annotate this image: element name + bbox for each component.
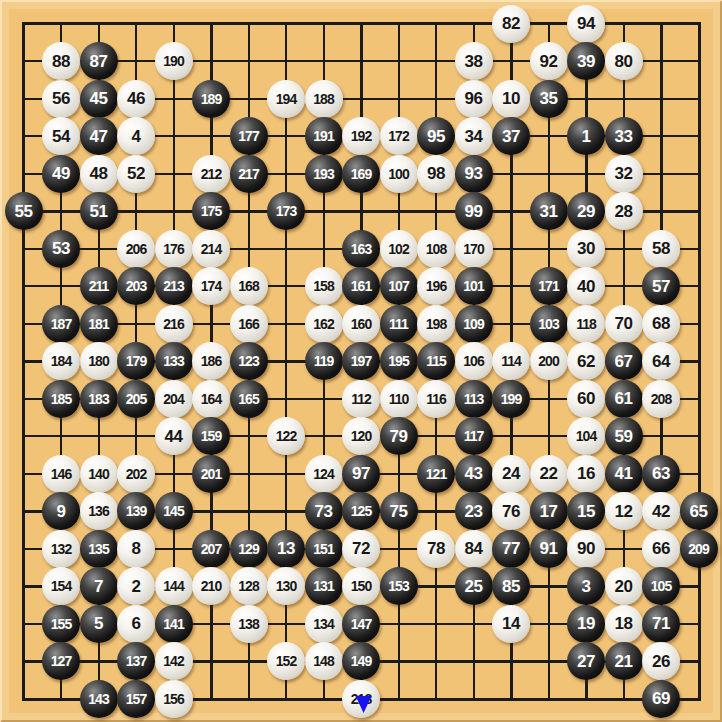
stone-47: 47 (80, 117, 118, 155)
stone-22: 22 (530, 455, 568, 493)
stone-151-move-number: 151 (313, 542, 333, 556)
stone-131-move-number: 131 (313, 579, 333, 593)
stone-157-move-number: 157 (126, 692, 146, 706)
stone-187-move-number: 187 (51, 317, 71, 331)
stone-71-move-number: 71 (652, 615, 670, 632)
stone-32-move-number: 32 (615, 165, 633, 182)
stone-99: 99 (455, 192, 493, 230)
stone-15: 15 (567, 492, 605, 530)
stone-97-move-number: 97 (352, 465, 370, 482)
stone-4-move-number: 4 (132, 128, 141, 145)
stone-108: 108 (417, 230, 455, 268)
stone-60: 60 (567, 380, 605, 418)
stone-71: 71 (642, 605, 680, 643)
stone-169-move-number: 169 (351, 167, 371, 181)
stone-34-move-number: 34 (465, 128, 483, 145)
stone-98: 98 (417, 155, 455, 193)
stone-16: 16 (567, 455, 605, 493)
stone-163-move-number: 163 (351, 242, 371, 256)
stone-107-move-number: 107 (388, 279, 408, 293)
stone-153: 153 (380, 567, 418, 605)
stone-95-move-number: 95 (427, 128, 445, 145)
stone-111: 111 (380, 305, 418, 343)
stone-35-move-number: 35 (540, 90, 558, 107)
stone-85: 85 (492, 567, 530, 605)
stone-160: 160 (342, 305, 380, 343)
stone-39: 39 (567, 42, 605, 80)
stone-123-move-number: 123 (238, 354, 258, 368)
board-intersections: 8294888719038923980564546189194188961035… (5, 5, 718, 718)
stone-65: 65 (680, 492, 718, 530)
stone-192-move-number: 192 (351, 129, 371, 143)
stone-125: 125 (342, 492, 380, 530)
stone-150-move-number: 150 (351, 579, 371, 593)
stone-48-move-number: 48 (90, 165, 108, 182)
stone-200-move-number: 200 (538, 354, 558, 368)
stone-92-move-number: 92 (540, 53, 558, 70)
stone-141: 141 (155, 605, 193, 643)
stone-194: 194 (267, 80, 305, 118)
stone-198-move-number: 198 (426, 317, 446, 331)
stone-23-move-number: 23 (465, 503, 483, 520)
stone-175-move-number: 175 (201, 204, 221, 218)
stone-195: 195 (380, 342, 418, 380)
stone-98-move-number: 98 (427, 165, 445, 182)
stone-216-move-number: 216 (163, 317, 183, 331)
stone-145-move-number: 145 (163, 504, 183, 518)
stone-165: 165 (230, 380, 268, 418)
stone-96: 96 (455, 80, 493, 118)
stone-7-move-number: 7 (94, 578, 103, 595)
stone-216: 216 (155, 305, 193, 343)
stone-165-move-number: 165 (238, 392, 258, 406)
stone-46-move-number: 46 (127, 90, 145, 107)
stone-7: 7 (80, 567, 118, 605)
stone-66: 66 (642, 530, 680, 568)
stone-144-move-number: 144 (163, 579, 183, 593)
stone-138-move-number: 138 (238, 617, 258, 631)
stone-17: 17 (530, 492, 568, 530)
stone-199-move-number: 199 (501, 392, 521, 406)
stone-84: 84 (455, 530, 493, 568)
stone-129-move-number: 129 (238, 542, 258, 556)
stone-39-move-number: 39 (577, 53, 595, 70)
stone-13-move-number: 13 (277, 540, 295, 557)
stone-95: 95 (417, 117, 455, 155)
stone-116-move-number: 116 (426, 392, 446, 406)
stone-104: 104 (567, 417, 605, 455)
stone-135-move-number: 135 (88, 542, 108, 556)
stone-123: 123 (230, 342, 268, 380)
stone-9-move-number: 9 (57, 503, 66, 520)
stone-101: 101 (455, 267, 493, 305)
stone-206: 206 (117, 230, 155, 268)
stone-87: 87 (80, 42, 118, 80)
stone-218: 218 (342, 680, 380, 718)
stone-190-move-number: 190 (163, 54, 183, 68)
stone-171-move-number: 171 (538, 279, 558, 293)
stone-214: 214 (192, 230, 230, 268)
stone-172-move-number: 172 (388, 129, 408, 143)
stone-41-move-number: 41 (615, 465, 633, 482)
stone-207-move-number: 207 (201, 542, 221, 556)
stone-141-move-number: 141 (163, 617, 183, 631)
stone-24-move-number: 24 (502, 465, 520, 482)
stone-75-move-number: 75 (390, 503, 408, 520)
stone-118-move-number: 118 (576, 317, 596, 331)
stone-181-move-number: 181 (88, 317, 108, 331)
stone-195-move-number: 195 (388, 354, 408, 368)
stone-40-move-number: 40 (577, 278, 595, 295)
stone-103-move-number: 103 (538, 317, 558, 331)
stone-27: 27 (567, 642, 605, 680)
stone-209-move-number: 209 (688, 542, 708, 556)
stone-120: 120 (342, 417, 380, 455)
stone-14-move-number: 14 (502, 615, 520, 632)
stone-181: 181 (80, 305, 118, 343)
stone-32: 32 (605, 155, 643, 193)
stone-26-move-number: 26 (652, 653, 670, 670)
stone-208: 208 (642, 380, 680, 418)
stone-51: 51 (80, 192, 118, 230)
stone-154-move-number: 154 (51, 579, 71, 593)
stone-103: 103 (530, 305, 568, 343)
stone-155: 155 (42, 605, 80, 643)
stone-191: 191 (305, 117, 343, 155)
stone-132-move-number: 132 (51, 542, 71, 556)
stone-2-move-number: 2 (132, 578, 141, 595)
stone-49: 49 (42, 155, 80, 193)
stone-63-move-number: 63 (652, 465, 670, 482)
stone-163: 163 (342, 230, 380, 268)
stone-131: 131 (305, 567, 343, 605)
stone-35: 35 (530, 80, 568, 118)
stone-204-move-number: 204 (163, 392, 183, 406)
stone-179: 179 (117, 342, 155, 380)
stone-202: 202 (117, 455, 155, 493)
stone-34: 34 (455, 117, 493, 155)
stone-40: 40 (567, 267, 605, 305)
stone-42: 42 (642, 492, 680, 530)
stone-121: 121 (417, 455, 455, 493)
stone-135: 135 (80, 530, 118, 568)
stone-121-move-number: 121 (426, 467, 446, 481)
stone-1-move-number: 1 (582, 128, 591, 145)
stone-194-move-number: 194 (276, 92, 296, 106)
stone-184-move-number: 184 (51, 354, 71, 368)
stone-150: 150 (342, 567, 380, 605)
stone-142-move-number: 142 (163, 654, 183, 668)
stone-102-move-number: 102 (388, 242, 408, 256)
stone-203-move-number: 203 (126, 279, 146, 293)
stone-67-move-number: 67 (615, 353, 633, 370)
stone-30-move-number: 30 (577, 240, 595, 257)
stone-19-move-number: 19 (577, 615, 595, 632)
stone-139-move-number: 139 (126, 504, 146, 518)
stone-54-move-number: 54 (52, 128, 70, 145)
stone-180: 180 (80, 342, 118, 380)
stone-144: 144 (155, 567, 193, 605)
stone-211-move-number: 211 (89, 279, 109, 293)
stone-65-move-number: 65 (690, 503, 708, 520)
stone-76-move-number: 76 (502, 503, 520, 520)
stone-12-move-number: 12 (615, 503, 633, 520)
stone-210: 210 (192, 567, 230, 605)
stone-15-move-number: 15 (577, 503, 595, 520)
stone-64: 64 (642, 342, 680, 380)
stone-209: 209 (680, 530, 718, 568)
stone-33-move-number: 33 (615, 128, 633, 145)
stone-22-move-number: 22 (540, 465, 558, 482)
stone-25: 25 (455, 567, 493, 605)
stone-189-move-number: 189 (201, 92, 221, 106)
stone-177: 177 (230, 117, 268, 155)
stone-186-move-number: 186 (201, 354, 221, 368)
stone-110-move-number: 110 (389, 392, 409, 406)
stone-196-move-number: 196 (426, 279, 446, 293)
stone-23: 23 (455, 492, 493, 530)
stone-94: 94 (567, 5, 605, 43)
stone-18-move-number: 18 (615, 615, 633, 632)
stone-185: 185 (42, 380, 80, 418)
stone-93-move-number: 93 (465, 165, 483, 182)
stone-138: 138 (230, 605, 268, 643)
stone-134: 134 (305, 605, 343, 643)
stone-48: 48 (80, 155, 118, 193)
stone-8-move-number: 8 (132, 540, 141, 557)
stone-196: 196 (417, 267, 455, 305)
stone-37: 37 (492, 117, 530, 155)
stone-42-move-number: 42 (652, 503, 670, 520)
stone-99-move-number: 99 (465, 203, 483, 220)
stone-174-move-number: 174 (201, 279, 221, 293)
stone-30: 30 (567, 230, 605, 268)
stone-136: 136 (80, 492, 118, 530)
stone-211: 211 (80, 267, 118, 305)
stone-156-move-number: 156 (163, 692, 183, 706)
stone-160-move-number: 160 (351, 317, 371, 331)
stone-212-move-number: 212 (201, 167, 221, 181)
stone-57: 57 (642, 267, 680, 305)
stone-190: 190 (155, 42, 193, 80)
stone-100: 100 (380, 155, 418, 193)
stone-199: 199 (492, 380, 530, 418)
stone-124-move-number: 124 (313, 467, 333, 481)
stone-57-move-number: 57 (652, 278, 670, 295)
stone-159-move-number: 159 (201, 429, 221, 443)
stone-115: 115 (417, 342, 455, 380)
stone-114: 114 (492, 342, 530, 380)
stone-33: 33 (605, 117, 643, 155)
stone-14: 14 (492, 605, 530, 643)
stone-20-move-number: 20 (615, 578, 633, 595)
stone-143: 143 (80, 680, 118, 718)
stone-47-move-number: 47 (90, 128, 108, 145)
stone-82-move-number: 82 (502, 15, 520, 32)
stone-29-move-number: 29 (577, 203, 595, 220)
stone-129: 129 (230, 530, 268, 568)
stone-161-move-number: 161 (351, 279, 371, 293)
stone-87-move-number: 87 (90, 53, 108, 70)
stone-127-move-number: 127 (51, 654, 71, 668)
stone-59-move-number: 59 (615, 428, 633, 445)
stone-4: 4 (117, 117, 155, 155)
stone-53: 53 (42, 230, 80, 268)
stone-183-move-number: 183 (88, 392, 108, 406)
stone-170: 170 (455, 230, 493, 268)
stone-117-move-number: 117 (464, 429, 484, 443)
stone-2: 2 (117, 567, 155, 605)
stone-58: 58 (642, 230, 680, 268)
stone-152-move-number: 152 (276, 654, 296, 668)
stone-73: 73 (305, 492, 343, 530)
stone-44-move-number: 44 (165, 428, 183, 445)
stone-93: 93 (455, 155, 493, 193)
stone-202-move-number: 202 (126, 467, 146, 481)
stone-101-move-number: 101 (463, 279, 483, 293)
stone-164: 164 (192, 380, 230, 418)
stone-164-move-number: 164 (201, 392, 221, 406)
stone-41: 41 (605, 455, 643, 493)
stone-208-move-number: 208 (651, 392, 671, 406)
stone-187: 187 (42, 305, 80, 343)
stone-185-move-number: 185 (51, 392, 71, 406)
stone-106: 106 (455, 342, 493, 380)
stone-72: 72 (342, 530, 380, 568)
stone-148-move-number: 148 (313, 654, 333, 668)
stone-174: 174 (192, 267, 230, 305)
stone-122-move-number: 122 (276, 429, 296, 443)
stone-80-move-number: 80 (615, 53, 633, 70)
stone-171: 171 (530, 267, 568, 305)
stone-55: 55 (5, 192, 43, 230)
stone-186: 186 (192, 342, 230, 380)
stone-188-move-number: 188 (313, 92, 333, 106)
stone-189: 189 (192, 80, 230, 118)
stone-3-move-number: 3 (582, 578, 591, 595)
stone-85-move-number: 85 (502, 578, 520, 595)
stone-97: 97 (342, 455, 380, 493)
stone-37-move-number: 37 (502, 128, 520, 145)
stone-5-move-number: 5 (94, 615, 103, 632)
stone-80: 80 (605, 42, 643, 80)
stone-193-move-number: 193 (313, 167, 333, 181)
stone-130-move-number: 130 (276, 579, 296, 593)
stone-176-move-number: 176 (163, 242, 183, 256)
stone-6: 6 (117, 605, 155, 643)
stone-119: 119 (305, 342, 343, 380)
stone-1: 1 (567, 117, 605, 155)
stone-118: 118 (567, 305, 605, 343)
stone-55-move-number: 55 (15, 203, 33, 220)
stone-114-move-number: 114 (501, 354, 521, 368)
stone-158-move-number: 158 (313, 279, 333, 293)
stone-148: 148 (305, 642, 343, 680)
stone-28: 28 (605, 192, 643, 230)
stone-134-move-number: 134 (313, 617, 333, 631)
stone-102: 102 (380, 230, 418, 268)
stone-204: 204 (155, 380, 193, 418)
stone-120-move-number: 120 (351, 429, 371, 443)
stone-31: 31 (530, 192, 568, 230)
stone-88-move-number: 88 (52, 53, 70, 70)
stone-53-move-number: 53 (52, 240, 70, 257)
stone-70: 70 (605, 305, 643, 343)
stone-77-move-number: 77 (502, 540, 520, 557)
stone-166-move-number: 166 (238, 317, 258, 331)
stone-38: 38 (455, 42, 493, 80)
stone-77: 77 (492, 530, 530, 568)
stone-56: 56 (42, 80, 80, 118)
stone-192: 192 (342, 117, 380, 155)
stone-16-move-number: 16 (577, 465, 595, 482)
stone-146: 146 (42, 455, 80, 493)
stone-90-move-number: 90 (577, 540, 595, 557)
stone-191-move-number: 191 (313, 129, 333, 143)
stone-6-move-number: 6 (132, 615, 141, 632)
stone-70-move-number: 70 (615, 315, 633, 332)
stone-17-move-number: 17 (540, 503, 558, 520)
stone-10-move-number: 10 (502, 90, 520, 107)
stone-59: 59 (605, 417, 643, 455)
stone-205: 205 (117, 380, 155, 418)
stone-197-move-number: 197 (351, 354, 371, 368)
go-board: 8294888719038923980564546189194188961035… (0, 0, 722, 722)
stone-158: 158 (305, 267, 343, 305)
stone-203: 203 (117, 267, 155, 305)
stone-69-move-number: 69 (652, 690, 670, 707)
stone-151: 151 (305, 530, 343, 568)
stone-162: 162 (305, 305, 343, 343)
stone-96-move-number: 96 (465, 90, 483, 107)
stone-58-move-number: 58 (652, 240, 670, 257)
stone-168-move-number: 168 (238, 279, 258, 293)
stone-149-move-number: 149 (351, 654, 371, 668)
stone-91-move-number: 91 (540, 540, 558, 557)
stone-61: 61 (605, 380, 643, 418)
stone-25-move-number: 25 (465, 578, 483, 595)
stone-78-move-number: 78 (427, 540, 445, 557)
stone-147: 147 (342, 605, 380, 643)
stone-75: 75 (380, 492, 418, 530)
stone-166: 166 (230, 305, 268, 343)
stone-201-move-number: 201 (201, 467, 221, 481)
stone-170-move-number: 170 (463, 242, 483, 256)
stone-124: 124 (305, 455, 343, 493)
stone-13: 13 (267, 530, 305, 568)
stone-45: 45 (80, 80, 118, 118)
stone-43-move-number: 43 (465, 465, 483, 482)
stone-73-move-number: 73 (315, 503, 333, 520)
stone-61-move-number: 61 (615, 390, 633, 407)
stone-49-move-number: 49 (52, 165, 70, 182)
stone-67: 67 (605, 342, 643, 380)
stone-3: 3 (567, 567, 605, 605)
stone-128-move-number: 128 (238, 579, 258, 593)
stone-105: 105 (642, 567, 680, 605)
stone-10: 10 (492, 80, 530, 118)
stone-147-move-number: 147 (351, 617, 371, 631)
stone-66-move-number: 66 (652, 540, 670, 557)
stone-200: 200 (530, 342, 568, 380)
stone-9: 9 (42, 492, 80, 530)
stone-137: 137 (117, 642, 155, 680)
stone-60-move-number: 60 (577, 390, 595, 407)
stone-140-move-number: 140 (88, 467, 108, 481)
stone-105-move-number: 105 (651, 579, 671, 593)
stone-76: 76 (492, 492, 530, 530)
stone-125-move-number: 125 (351, 504, 371, 518)
